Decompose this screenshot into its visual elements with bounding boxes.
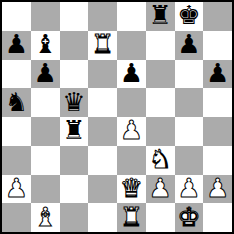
square-f5[interactable] (146, 88, 175, 117)
square-g8[interactable]: ♚ (175, 2, 204, 31)
square-b7[interactable]: ♝ (31, 31, 60, 60)
square-g5[interactable] (175, 88, 204, 117)
white-pawn[interactable]: ♟ (148, 175, 171, 201)
square-g6[interactable] (175, 60, 204, 89)
square-d6[interactable] (88, 60, 117, 89)
square-c4[interactable]: ♜ (60, 117, 89, 146)
square-c3[interactable] (60, 146, 89, 175)
square-a7[interactable]: ♟ (2, 31, 31, 60)
square-h8[interactable] (203, 2, 232, 31)
white-pawn[interactable]: ♟ (177, 175, 200, 201)
black-knight[interactable]: ♞ (5, 89, 28, 115)
square-f8[interactable]: ♜ (146, 2, 175, 31)
white-rook[interactable]: ♜ (91, 31, 114, 57)
square-b4[interactable] (31, 117, 60, 146)
black-pawn[interactable]: ♟ (206, 60, 229, 86)
square-a6[interactable] (2, 60, 31, 89)
square-e3[interactable] (117, 146, 146, 175)
square-b6[interactable]: ♟ (31, 60, 60, 89)
square-d1[interactable] (88, 203, 117, 232)
square-c2[interactable] (60, 175, 89, 204)
square-f6[interactable] (146, 60, 175, 89)
square-f1[interactable] (146, 203, 175, 232)
square-h1[interactable] (203, 203, 232, 232)
black-pawn[interactable]: ♟ (177, 31, 200, 57)
white-bishop[interactable]: ♝ (33, 204, 56, 230)
square-e8[interactable] (117, 2, 146, 31)
square-f7[interactable] (146, 31, 175, 60)
square-c6[interactable] (60, 60, 89, 89)
square-c5[interactable]: ♛ (60, 88, 89, 117)
black-king[interactable]: ♚ (177, 2, 200, 28)
square-d7[interactable]: ♜ (88, 31, 117, 60)
square-d2[interactable] (88, 175, 117, 204)
square-h5[interactable] (203, 88, 232, 117)
white-pawn[interactable]: ♟ (5, 175, 28, 201)
square-a1[interactable] (2, 203, 31, 232)
black-rook[interactable]: ♜ (62, 117, 85, 143)
square-e6[interactable]: ♟ (117, 60, 146, 89)
black-queen[interactable]: ♛ (62, 89, 85, 115)
square-f4[interactable] (146, 117, 175, 146)
square-c7[interactable] (60, 31, 89, 60)
square-c1[interactable] (60, 203, 89, 232)
square-g1[interactable]: ♚ (175, 203, 204, 232)
square-e1[interactable]: ♜ (117, 203, 146, 232)
square-a8[interactable] (2, 2, 31, 31)
square-f2[interactable]: ♟ (146, 175, 175, 204)
square-f3[interactable]: ♞ (146, 146, 175, 175)
black-rook[interactable]: ♜ (148, 2, 171, 28)
square-b3[interactable] (31, 146, 60, 175)
square-g2[interactable]: ♟ (175, 175, 204, 204)
chess-board: ♜♚♟♝♜♟♟♟♟♞♛♜♟♞♟♛♟♟♟♝♜♚ (0, 0, 234, 234)
square-h2[interactable]: ♟ (203, 175, 232, 204)
square-d3[interactable] (88, 146, 117, 175)
square-e4[interactable]: ♟ (117, 117, 146, 146)
square-d4[interactable] (88, 117, 117, 146)
square-a4[interactable] (2, 117, 31, 146)
square-h7[interactable] (203, 31, 232, 60)
white-knight[interactable]: ♞ (148, 146, 171, 172)
square-e2[interactable]: ♛ (117, 175, 146, 204)
black-pawn[interactable]: ♟ (33, 60, 56, 86)
square-a2[interactable]: ♟ (2, 175, 31, 204)
white-pawn[interactable]: ♟ (120, 117, 143, 143)
square-b2[interactable] (31, 175, 60, 204)
white-queen[interactable]: ♛ (120, 175, 143, 201)
white-king[interactable]: ♚ (177, 204, 200, 230)
square-h3[interactable] (203, 146, 232, 175)
square-b8[interactable] (31, 2, 60, 31)
square-h6[interactable]: ♟ (203, 60, 232, 89)
white-rook[interactable]: ♜ (120, 204, 143, 230)
square-g7[interactable]: ♟ (175, 31, 204, 60)
square-e5[interactable] (117, 88, 146, 117)
square-b1[interactable]: ♝ (31, 203, 60, 232)
square-a5[interactable]: ♞ (2, 88, 31, 117)
square-e7[interactable] (117, 31, 146, 60)
square-b5[interactable] (31, 88, 60, 117)
square-g3[interactable] (175, 146, 204, 175)
black-bishop[interactable]: ♝ (33, 31, 56, 57)
square-d5[interactable] (88, 88, 117, 117)
square-g4[interactable] (175, 117, 204, 146)
black-pawn[interactable]: ♟ (5, 31, 28, 57)
black-pawn[interactable]: ♟ (120, 60, 143, 86)
square-c8[interactable] (60, 2, 89, 31)
square-a3[interactable] (2, 146, 31, 175)
square-h4[interactable] (203, 117, 232, 146)
square-d8[interactable] (88, 2, 117, 31)
white-pawn[interactable]: ♟ (206, 175, 229, 201)
